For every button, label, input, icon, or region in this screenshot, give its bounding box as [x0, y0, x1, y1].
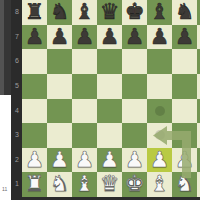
- piece-wp-c2[interactable]: ♟: [72, 148, 97, 173]
- move-hint-dot-f4[interactable]: [155, 106, 165, 116]
- square-a1[interactable]: ♜: [22, 172, 47, 197]
- chess-board[interactable]: ♜♞♝♛♚♝♞♜♟♟♟♟♟♟♟♟♟♟♟♟♟♟♟♟♜♞♝♛♚♝♞♜: [22, 0, 200, 197]
- square-d7[interactable]: ♟: [97, 25, 122, 50]
- piece-wb-f1[interactable]: ♝: [147, 172, 172, 197]
- rank-label-1: 1: [11, 172, 22, 197]
- square-g4[interactable]: [172, 99, 197, 124]
- square-e8[interactable]: ♚: [122, 0, 147, 25]
- square-c2[interactable]: ♟: [72, 148, 97, 173]
- square-a8[interactable]: ♜: [22, 0, 47, 25]
- piece-wb-c1[interactable]: ♝: [72, 172, 97, 197]
- square-b1[interactable]: ♞: [47, 172, 72, 197]
- square-c1[interactable]: ♝: [72, 172, 97, 197]
- square-h4[interactable]: [197, 99, 200, 124]
- piece-bp-f7[interactable]: ♟: [147, 25, 172, 50]
- square-c8[interactable]: ♝: [72, 0, 97, 25]
- square-g7[interactable]: ♟: [172, 25, 197, 50]
- piece-wr-a1[interactable]: ♜: [22, 172, 47, 197]
- app-window: 87654321 ♜♞♝♛♚♝♞♜♟♟♟♟♟♟♟♟♟♟♟♟♟♟♟♟♜♞♝♛♚♝♞…: [0, 0, 200, 200]
- square-b5[interactable]: [47, 74, 72, 99]
- piece-bp-g7[interactable]: ♟: [172, 25, 197, 50]
- piece-bk-e8[interactable]: ♚: [122, 0, 147, 25]
- square-h8[interactable]: ♜: [197, 0, 200, 25]
- square-a5[interactable]: [22, 74, 47, 99]
- piece-wq-d1[interactable]: ♛: [97, 172, 122, 197]
- piece-bp-d7[interactable]: ♟: [97, 25, 122, 50]
- square-d4[interactable]: [97, 99, 122, 124]
- square-c3[interactable]: [72, 123, 97, 148]
- square-a2[interactable]: ♟: [22, 148, 47, 173]
- piece-br-h8[interactable]: ♜: [197, 0, 200, 25]
- square-c5[interactable]: [72, 74, 97, 99]
- square-a4[interactable]: [22, 99, 47, 124]
- rank-coordinates-gutter: 87654321: [11, 0, 22, 197]
- piece-bb-c8[interactable]: ♝: [72, 0, 97, 25]
- piece-wp-e2[interactable]: ♟: [122, 148, 147, 173]
- square-g6[interactable]: [172, 49, 197, 74]
- square-h1[interactable]: ♜: [197, 172, 200, 197]
- square-e5[interactable]: [122, 74, 147, 99]
- square-h5[interactable]: [197, 74, 200, 99]
- square-d2[interactable]: ♟: [97, 148, 122, 173]
- move-hint-dot-f3[interactable]: [155, 130, 165, 140]
- square-b8[interactable]: ♞: [47, 0, 72, 25]
- square-e6[interactable]: [122, 49, 147, 74]
- piece-bb-f8[interactable]: ♝: [147, 0, 172, 25]
- rank-label-8: 8: [11, 0, 22, 25]
- square-b3[interactable]: [47, 123, 72, 148]
- square-d6[interactable]: [97, 49, 122, 74]
- square-c4[interactable]: [72, 99, 97, 124]
- square-d5[interactable]: [97, 74, 122, 99]
- left-panel-edge-inner: [4, 0, 11, 95]
- square-h7[interactable]: ♟: [197, 25, 200, 50]
- square-h2[interactable]: ♟: [197, 148, 200, 173]
- square-f1[interactable]: ♝: [147, 172, 172, 197]
- square-b2[interactable]: ♟: [47, 148, 72, 173]
- piece-bp-e7[interactable]: ♟: [122, 25, 147, 50]
- side-panel-text: 11: [2, 187, 7, 192]
- piece-wr-h1[interactable]: ♜: [197, 172, 200, 197]
- rank-label-6: 6: [11, 49, 22, 74]
- piece-wk-e1[interactable]: ♚: [122, 172, 147, 197]
- square-g1[interactable]: ♞: [172, 172, 197, 197]
- square-e2[interactable]: ♟: [122, 148, 147, 173]
- square-f5[interactable]: [147, 74, 172, 99]
- piece-bp-h7[interactable]: ♟: [197, 25, 200, 50]
- square-b7[interactable]: ♟: [47, 25, 72, 50]
- piece-bp-c7[interactable]: ♟: [72, 25, 97, 50]
- rank-label-3: 3: [11, 123, 22, 148]
- square-h6[interactable]: [197, 49, 200, 74]
- side-panel-fragment: 11: [0, 95, 11, 200]
- piece-wp-a2[interactable]: ♟: [22, 148, 47, 173]
- rank-label-5: 5: [11, 74, 22, 99]
- rank-label-4: 4: [11, 99, 22, 124]
- square-b6[interactable]: [47, 49, 72, 74]
- square-b4[interactable]: [47, 99, 72, 124]
- square-a3[interactable]: [22, 123, 47, 148]
- square-g5[interactable]: [172, 74, 197, 99]
- piece-wp-d2[interactable]: ♟: [97, 148, 122, 173]
- square-d8[interactable]: ♛: [97, 0, 122, 25]
- piece-bq-d8[interactable]: ♛: [97, 0, 122, 25]
- piece-bp-a7[interactable]: ♟: [22, 25, 47, 50]
- square-h3[interactable]: [197, 123, 200, 148]
- square-f7[interactable]: ♟: [147, 25, 172, 50]
- piece-bp-b7[interactable]: ♟: [47, 25, 72, 50]
- square-e1[interactable]: ♚: [122, 172, 147, 197]
- rank-label-7: 7: [11, 25, 22, 50]
- square-g3[interactable]: [172, 123, 197, 148]
- piece-br-a8[interactable]: ♜: [22, 0, 47, 25]
- piece-wn-g1[interactable]: ♞: [172, 172, 197, 197]
- square-a7[interactable]: ♟: [22, 25, 47, 50]
- square-a6[interactable]: [22, 49, 47, 74]
- square-f6[interactable]: [147, 49, 172, 74]
- square-g2[interactable]: ♟: [172, 148, 197, 173]
- square-d3[interactable]: [97, 123, 122, 148]
- square-e4[interactable]: [122, 99, 147, 124]
- piece-bn-g8[interactable]: ♞: [172, 0, 197, 25]
- square-c6[interactable]: [72, 49, 97, 74]
- piece-wp-h2[interactable]: ♟: [197, 148, 200, 173]
- square-d1[interactable]: ♛: [97, 172, 122, 197]
- piece-wp-g2[interactable]: ♟: [172, 148, 197, 173]
- square-f2[interactable]: ♟: [147, 148, 172, 173]
- piece-wp-b2[interactable]: ♟: [47, 148, 72, 173]
- square-c7[interactable]: ♟: [72, 25, 97, 50]
- square-e3[interactable]: [122, 123, 147, 148]
- square-f8[interactable]: ♝: [147, 0, 172, 25]
- piece-wp-f2[interactable]: ♟: [147, 148, 172, 173]
- rank-label-2: 2: [11, 148, 22, 173]
- square-e7[interactable]: ♟: [122, 25, 147, 50]
- square-g8[interactable]: ♞: [172, 0, 197, 25]
- piece-wn-b1[interactable]: ♞: [47, 172, 72, 197]
- piece-bn-b8[interactable]: ♞: [47, 0, 72, 25]
